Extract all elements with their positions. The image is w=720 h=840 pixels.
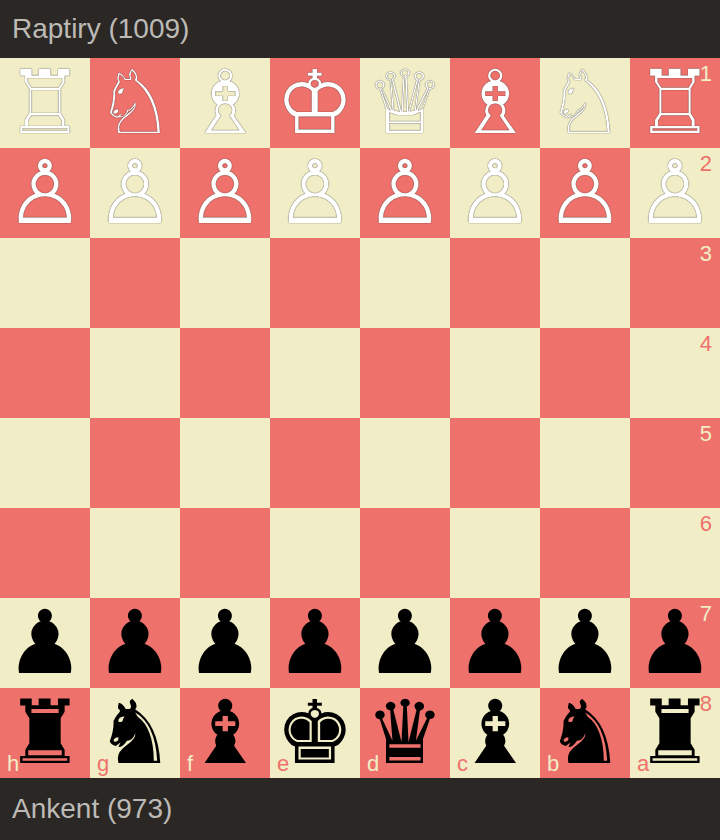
square-g5[interactable]: [90, 418, 180, 508]
piece-white-pawn[interactable]: ♙: [450, 148, 540, 238]
piece-black-king[interactable]: ♚: [270, 688, 360, 778]
square-g7[interactable]: ♟: [90, 598, 180, 688]
top-player-bar: Raptiry (1009): [0, 0, 720, 58]
piece-black-pawn[interactable]: ♟: [0, 598, 90, 688]
piece-black-queen[interactable]: ♛: [360, 688, 450, 778]
piece-black-bishop[interactable]: ♝: [180, 688, 270, 778]
square-c6[interactable]: [450, 508, 540, 598]
square-c1[interactable]: ♗: [450, 58, 540, 148]
square-c8[interactable]: ♝c: [450, 688, 540, 778]
rank-label-4: 4: [700, 333, 712, 355]
square-b8[interactable]: ♞b: [540, 688, 630, 778]
square-a3[interactable]: 3: [630, 238, 720, 328]
square-d2[interactable]: ♙: [360, 148, 450, 238]
square-g4[interactable]: [90, 328, 180, 418]
bottom-player-name[interactable]: Ankent (973): [12, 793, 172, 825]
square-f4[interactable]: [180, 328, 270, 418]
piece-white-bishop[interactable]: ♗: [450, 58, 540, 148]
piece-white-pawn[interactable]: ♙: [540, 148, 630, 238]
piece-white-queen[interactable]: ♕: [360, 58, 450, 148]
square-d5[interactable]: [360, 418, 450, 508]
square-h4[interactable]: [0, 328, 90, 418]
chess-board: ♖♘♗♔♕♗♘♖1♙♙♙♙♙♙♙♙23456♟♟♟♟♟♟♟♟7♜h♞g♝f♚e♛…: [0, 58, 720, 778]
piece-black-knight[interactable]: ♞: [540, 688, 630, 778]
square-d3[interactable]: [360, 238, 450, 328]
square-f5[interactable]: [180, 418, 270, 508]
square-b3[interactable]: [540, 238, 630, 328]
square-h1[interactable]: ♖: [0, 58, 90, 148]
rank-label-5: 5: [700, 423, 712, 445]
square-c7[interactable]: ♟: [450, 598, 540, 688]
piece-white-bishop[interactable]: ♗: [180, 58, 270, 148]
square-d8[interactable]: ♛d: [360, 688, 450, 778]
square-a7[interactable]: ♟7: [630, 598, 720, 688]
square-h8[interactable]: ♜h: [0, 688, 90, 778]
square-c2[interactable]: ♙: [450, 148, 540, 238]
square-e6[interactable]: [270, 508, 360, 598]
square-e1[interactable]: ♔: [270, 58, 360, 148]
piece-white-rook[interactable]: ♖: [630, 58, 720, 148]
square-d6[interactable]: [360, 508, 450, 598]
square-g6[interactable]: [90, 508, 180, 598]
square-e2[interactable]: ♙: [270, 148, 360, 238]
piece-white-rook[interactable]: ♖: [0, 58, 90, 148]
square-a8[interactable]: ♜8a: [630, 688, 720, 778]
square-a4[interactable]: 4: [630, 328, 720, 418]
piece-white-pawn[interactable]: ♙: [90, 148, 180, 238]
square-e3[interactable]: [270, 238, 360, 328]
rank-label-3: 3: [700, 243, 712, 265]
square-g1[interactable]: ♘: [90, 58, 180, 148]
piece-black-pawn[interactable]: ♟: [540, 598, 630, 688]
square-h5[interactable]: [0, 418, 90, 508]
square-b4[interactable]: [540, 328, 630, 418]
piece-black-pawn[interactable]: ♟: [270, 598, 360, 688]
square-b5[interactable]: [540, 418, 630, 508]
square-h2[interactable]: ♙: [0, 148, 90, 238]
square-b7[interactable]: ♟: [540, 598, 630, 688]
square-e5[interactable]: [270, 418, 360, 508]
square-d4[interactable]: [360, 328, 450, 418]
piece-black-pawn[interactable]: ♟: [180, 598, 270, 688]
square-f2[interactable]: ♙: [180, 148, 270, 238]
square-g8[interactable]: ♞g: [90, 688, 180, 778]
piece-black-pawn[interactable]: ♟: [450, 598, 540, 688]
square-d7[interactable]: ♟: [360, 598, 450, 688]
square-c4[interactable]: [450, 328, 540, 418]
square-g3[interactable]: [90, 238, 180, 328]
piece-white-knight[interactable]: ♘: [540, 58, 630, 148]
square-g2[interactable]: ♙: [90, 148, 180, 238]
square-h6[interactable]: [0, 508, 90, 598]
square-h3[interactable]: [0, 238, 90, 328]
piece-black-pawn[interactable]: ♟: [360, 598, 450, 688]
square-b2[interactable]: ♙: [540, 148, 630, 238]
bottom-player-bar: Ankent (973): [0, 778, 720, 840]
piece-black-bishop[interactable]: ♝: [450, 688, 540, 778]
square-b1[interactable]: ♘: [540, 58, 630, 148]
square-f1[interactable]: ♗: [180, 58, 270, 148]
square-h7[interactable]: ♟: [0, 598, 90, 688]
top-player-name[interactable]: Raptiry (1009): [12, 13, 189, 45]
piece-white-pawn[interactable]: ♙: [270, 148, 360, 238]
piece-black-rook[interactable]: ♜: [0, 688, 90, 778]
square-f3[interactable]: [180, 238, 270, 328]
square-e7[interactable]: ♟: [270, 598, 360, 688]
square-b6[interactable]: [540, 508, 630, 598]
piece-white-knight[interactable]: ♘: [90, 58, 180, 148]
square-a5[interactable]: 5: [630, 418, 720, 508]
square-c3[interactable]: [450, 238, 540, 328]
square-a6[interactable]: 6: [630, 508, 720, 598]
piece-white-pawn[interactable]: ♙: [180, 148, 270, 238]
piece-white-pawn[interactable]: ♙: [0, 148, 90, 238]
square-e4[interactable]: [270, 328, 360, 418]
square-f6[interactable]: [180, 508, 270, 598]
piece-black-pawn[interactable]: ♟: [630, 598, 720, 688]
square-d1[interactable]: ♕: [360, 58, 450, 148]
piece-white-king[interactable]: ♔: [270, 58, 360, 148]
square-c5[interactable]: [450, 418, 540, 508]
piece-white-pawn[interactable]: ♙: [360, 148, 450, 238]
square-e8[interactable]: ♚e: [270, 688, 360, 778]
piece-white-pawn[interactable]: ♙: [630, 148, 720, 238]
square-f7[interactable]: ♟: [180, 598, 270, 688]
rank-label-6: 6: [700, 513, 712, 535]
square-f8[interactable]: ♝f: [180, 688, 270, 778]
piece-black-rook[interactable]: ♜: [630, 688, 720, 778]
piece-black-pawn[interactable]: ♟: [90, 598, 180, 688]
square-a2[interactable]: ♙2: [630, 148, 720, 238]
square-a1[interactable]: ♖1: [630, 58, 720, 148]
piece-black-knight[interactable]: ♞: [90, 688, 180, 778]
